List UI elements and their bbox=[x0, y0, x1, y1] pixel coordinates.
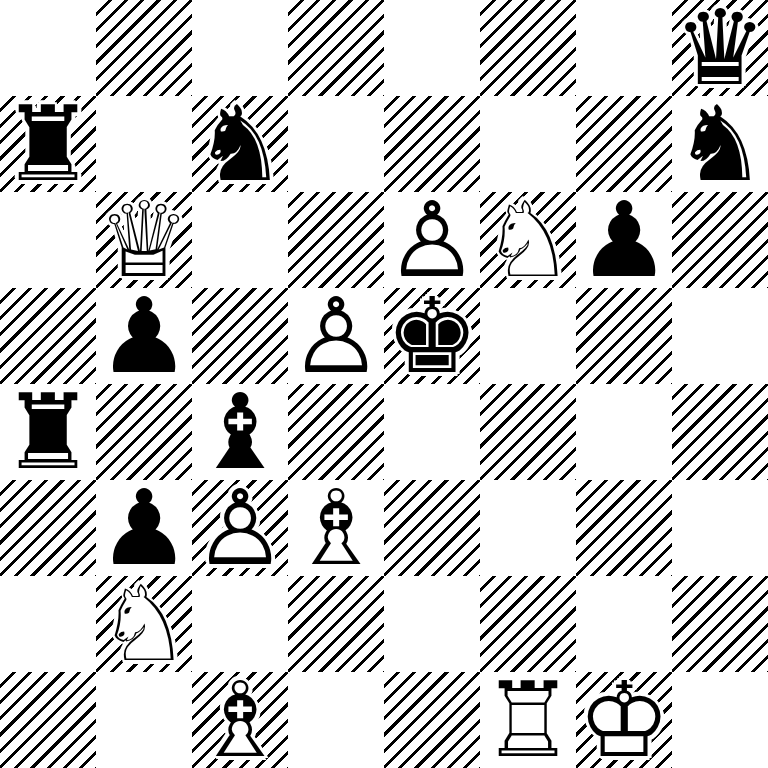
piece-glyph: ♗ bbox=[192, 672, 288, 768]
square-g8[interactable] bbox=[576, 0, 672, 96]
square-e2[interactable] bbox=[384, 576, 480, 672]
square-h4[interactable] bbox=[672, 384, 768, 480]
piece-glyph: ♔ bbox=[576, 672, 672, 768]
black-rook-piece: ♜♜ bbox=[0, 96, 96, 192]
square-b8[interactable] bbox=[96, 0, 192, 96]
square-a6[interactable] bbox=[0, 192, 96, 288]
piece-glyph: ♕ bbox=[96, 192, 192, 288]
square-a4[interactable]: ♜♜ bbox=[0, 384, 96, 480]
piece-glyph: ♚ bbox=[384, 288, 480, 384]
piece-glyph: ♜ bbox=[0, 384, 96, 480]
square-g3[interactable] bbox=[576, 480, 672, 576]
square-a1[interactable] bbox=[0, 672, 96, 768]
square-h2[interactable] bbox=[672, 576, 768, 672]
black-pawn-piece: ♟♟ bbox=[96, 288, 192, 384]
white-pawn-piece: ♟♙ bbox=[384, 192, 480, 288]
square-a3[interactable] bbox=[0, 480, 96, 576]
square-d7[interactable] bbox=[288, 96, 384, 192]
piece-glyph: ♙ bbox=[384, 192, 480, 288]
piece-glyph: ♖ bbox=[480, 672, 576, 768]
square-f5[interactable] bbox=[480, 288, 576, 384]
square-h5[interactable] bbox=[672, 288, 768, 384]
square-g2[interactable] bbox=[576, 576, 672, 672]
black-rook-piece: ♜♜ bbox=[0, 384, 96, 480]
piece-glyph: ♗ bbox=[288, 480, 384, 576]
square-f8[interactable] bbox=[480, 0, 576, 96]
white-pawn-piece: ♟♙ bbox=[288, 288, 384, 384]
black-pawn-piece: ♟♟ bbox=[96, 480, 192, 576]
square-a2[interactable] bbox=[0, 576, 96, 672]
square-g5[interactable] bbox=[576, 288, 672, 384]
piece-glyph: ♝ bbox=[192, 384, 288, 480]
piece-glyph: ♛ bbox=[672, 0, 768, 96]
square-f1[interactable]: ♜♖ bbox=[480, 672, 576, 768]
square-f6[interactable]: ♞♘ bbox=[480, 192, 576, 288]
square-b4[interactable] bbox=[96, 384, 192, 480]
square-b3[interactable]: ♟♟ bbox=[96, 480, 192, 576]
piece-glyph: ♟ bbox=[96, 480, 192, 576]
black-knight-piece: ♞♞ bbox=[192, 96, 288, 192]
square-f3[interactable] bbox=[480, 480, 576, 576]
piece-glyph: ♙ bbox=[192, 480, 288, 576]
black-queen-piece: ♛♛ bbox=[672, 0, 768, 96]
piece-glyph: ♞ bbox=[192, 96, 288, 192]
square-c3[interactable]: ♟♙ bbox=[192, 480, 288, 576]
piece-glyph: ♜ bbox=[0, 96, 96, 192]
white-knight-piece: ♞♘ bbox=[480, 192, 576, 288]
square-e8[interactable] bbox=[384, 0, 480, 96]
square-d2[interactable] bbox=[288, 576, 384, 672]
square-d3[interactable]: ♝♗ bbox=[288, 480, 384, 576]
white-knight-piece: ♞♘ bbox=[96, 576, 192, 672]
square-a7[interactable]: ♜♜ bbox=[0, 96, 96, 192]
square-d4[interactable] bbox=[288, 384, 384, 480]
square-h3[interactable] bbox=[672, 480, 768, 576]
square-d6[interactable] bbox=[288, 192, 384, 288]
square-a8[interactable] bbox=[0, 0, 96, 96]
black-knight-piece: ♞♞ bbox=[672, 96, 768, 192]
square-e7[interactable] bbox=[384, 96, 480, 192]
square-f4[interactable] bbox=[480, 384, 576, 480]
black-king-piece: ♚♚ bbox=[384, 288, 480, 384]
black-bishop-piece: ♝♝ bbox=[192, 384, 288, 480]
square-h1[interactable] bbox=[672, 672, 768, 768]
square-c4[interactable]: ♝♝ bbox=[192, 384, 288, 480]
square-b6[interactable]: ♛♕ bbox=[96, 192, 192, 288]
square-g7[interactable] bbox=[576, 96, 672, 192]
square-h6[interactable] bbox=[672, 192, 768, 288]
square-e5[interactable]: ♚♚ bbox=[384, 288, 480, 384]
chess-board: ♛♛♜♜♞♞♞♞♛♕♟♙♞♘♟♟♟♟♟♙♚♚♜♜♝♝♟♟♟♙♝♗♞♘♝♗♜♖♚♔ bbox=[0, 0, 768, 768]
white-bishop-piece: ♝♗ bbox=[288, 480, 384, 576]
square-c5[interactable] bbox=[192, 288, 288, 384]
square-e3[interactable] bbox=[384, 480, 480, 576]
white-bishop-piece: ♝♗ bbox=[192, 672, 288, 768]
square-e1[interactable] bbox=[384, 672, 480, 768]
square-h7[interactable]: ♞♞ bbox=[672, 96, 768, 192]
piece-glyph: ♟ bbox=[96, 288, 192, 384]
square-c1[interactable]: ♝♗ bbox=[192, 672, 288, 768]
square-h8[interactable]: ♛♛ bbox=[672, 0, 768, 96]
square-c6[interactable] bbox=[192, 192, 288, 288]
square-f2[interactable] bbox=[480, 576, 576, 672]
square-c8[interactable] bbox=[192, 0, 288, 96]
square-b7[interactable] bbox=[96, 96, 192, 192]
square-a5[interactable] bbox=[0, 288, 96, 384]
white-queen-piece: ♛♕ bbox=[96, 192, 192, 288]
square-e4[interactable] bbox=[384, 384, 480, 480]
square-f7[interactable] bbox=[480, 96, 576, 192]
piece-glyph: ♘ bbox=[96, 576, 192, 672]
piece-glyph: ♟ bbox=[576, 192, 672, 288]
square-g1[interactable]: ♚♔ bbox=[576, 672, 672, 768]
white-king-piece: ♚♔ bbox=[576, 672, 672, 768]
square-b5[interactable]: ♟♟ bbox=[96, 288, 192, 384]
square-b2[interactable]: ♞♘ bbox=[96, 576, 192, 672]
square-c2[interactable] bbox=[192, 576, 288, 672]
white-rook-piece: ♜♖ bbox=[480, 672, 576, 768]
square-g6[interactable]: ♟♟ bbox=[576, 192, 672, 288]
piece-glyph: ♘ bbox=[480, 192, 576, 288]
square-e6[interactable]: ♟♙ bbox=[384, 192, 480, 288]
square-d8[interactable] bbox=[288, 0, 384, 96]
white-pawn-piece: ♟♙ bbox=[192, 480, 288, 576]
piece-glyph: ♙ bbox=[288, 288, 384, 384]
square-d1[interactable] bbox=[288, 672, 384, 768]
square-c7[interactable]: ♞♞ bbox=[192, 96, 288, 192]
square-b1[interactable] bbox=[96, 672, 192, 768]
black-pawn-piece: ♟♟ bbox=[576, 192, 672, 288]
square-g4[interactable] bbox=[576, 384, 672, 480]
piece-glyph: ♞ bbox=[672, 96, 768, 192]
square-d5[interactable]: ♟♙ bbox=[288, 288, 384, 384]
